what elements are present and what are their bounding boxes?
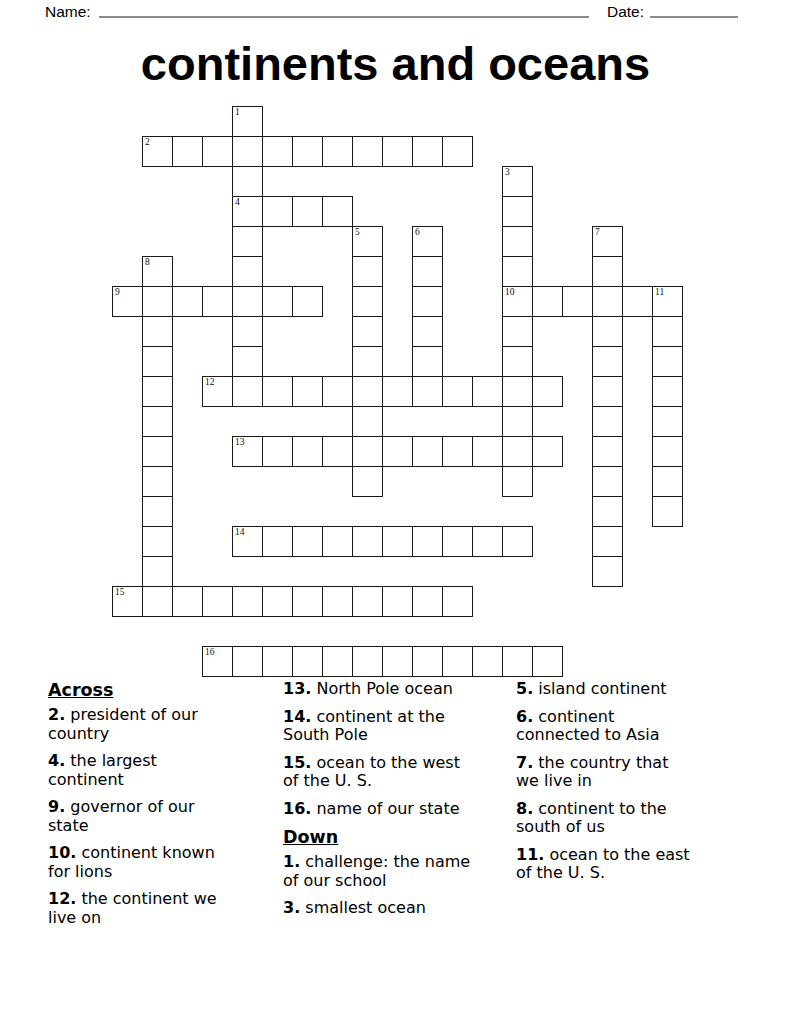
clue-item-down-11: 11. ocean to the east of the U. S. <box>516 846 731 883</box>
crossword-cell[interactable] <box>232 226 263 257</box>
crossword-cell[interactable] <box>472 646 503 677</box>
crossword-cell[interactable] <box>652 316 683 347</box>
crossword-cell[interactable]: 9 <box>112 286 143 317</box>
crossword-cell[interactable] <box>352 406 383 437</box>
crossword-cell[interactable]: 5 <box>352 226 383 257</box>
crossword-cell[interactable] <box>352 526 383 557</box>
crossword-cell[interactable]: 16 <box>202 646 233 677</box>
clue-item-number: 13. <box>283 679 311 698</box>
crossword-cell[interactable] <box>412 136 443 167</box>
crossword-cell[interactable] <box>142 526 173 557</box>
crossword-cell[interactable] <box>142 316 173 347</box>
crossword-cell[interactable] <box>322 526 353 557</box>
crossword-cell[interactable] <box>232 286 263 317</box>
crossword-cell[interactable] <box>352 466 383 497</box>
crossword-cell[interactable] <box>412 316 443 347</box>
crossword-cell[interactable] <box>202 136 233 167</box>
crossword-cell[interactable] <box>292 376 323 407</box>
crossword-cell[interactable] <box>472 436 503 467</box>
clue-item-number: 10. <box>48 843 76 862</box>
crossword-cell[interactable]: 14 <box>232 526 263 557</box>
crossword-cell[interactable] <box>262 586 293 617</box>
crossword-cell[interactable] <box>322 136 353 167</box>
crossword-cell[interactable] <box>202 286 233 317</box>
clue-item-across-10: 10. continent known for lions <box>48 844 258 881</box>
clue-number: 4 <box>235 197 240 207</box>
crossword-cell[interactable] <box>142 466 173 497</box>
crossword-cell[interactable] <box>352 586 383 617</box>
crossword-cell[interactable] <box>292 526 323 557</box>
crossword-cell[interactable] <box>592 556 623 587</box>
crossword-cell[interactable] <box>592 406 623 437</box>
clue-number: 9 <box>115 287 120 297</box>
crossword-cell[interactable] <box>622 286 653 317</box>
clue-item-number: 6. <box>516 707 533 726</box>
clue-item-across-15: 15. ocean to the west of the U. S. <box>283 754 511 791</box>
crossword-cell[interactable] <box>262 436 293 467</box>
clue-item-number: 12. <box>48 889 76 908</box>
clue-item-down-1: 1. challenge: the name of our school <box>283 853 511 890</box>
crossword-cell[interactable] <box>352 436 383 467</box>
crossword-cell[interactable] <box>382 436 413 467</box>
crossword-cell[interactable] <box>412 586 443 617</box>
crossword-cell[interactable] <box>262 196 293 227</box>
crossword-cell[interactable] <box>232 256 263 287</box>
crossword-cell[interactable] <box>352 376 383 407</box>
crossword-cell[interactable] <box>412 346 443 377</box>
clue-number: 14 <box>235 527 245 537</box>
clue-item-number: 4. <box>48 751 65 770</box>
crossword-cell[interactable] <box>502 376 533 407</box>
clue-item-across-13: 13. North Pole ocean <box>283 680 511 699</box>
crossword-cell[interactable] <box>592 346 623 377</box>
clue-item-number: 16. <box>283 799 311 818</box>
crossword-cell[interactable] <box>322 196 353 227</box>
crossword-cell[interactable] <box>382 136 413 167</box>
crossword-cell[interactable] <box>142 346 173 377</box>
crossword-cell[interactable] <box>322 436 353 467</box>
crossword-cell[interactable] <box>322 586 353 617</box>
crossword-cell[interactable] <box>172 136 203 167</box>
clue-item-number: 3. <box>283 898 300 917</box>
crossword-cell[interactable] <box>592 466 623 497</box>
clue-number: 12 <box>205 377 215 387</box>
clue-item-number: 14. <box>283 707 311 726</box>
clue-item-across-4: 4. the largest continent <box>48 752 258 789</box>
clue-item-down-3: 3. smallest ocean <box>283 899 511 918</box>
crossword-cell[interactable] <box>352 346 383 377</box>
crossword-cell[interactable] <box>652 436 683 467</box>
crossword-cell[interactable] <box>142 436 173 467</box>
crossword-cell[interactable] <box>292 136 323 167</box>
crossword-cell[interactable]: 1 <box>232 106 263 137</box>
crossword-cell[interactable] <box>142 496 173 527</box>
crossword-cell[interactable] <box>292 286 323 317</box>
crossword-cell[interactable] <box>502 646 533 677</box>
clue-item-across-2: 2. president of our country <box>48 706 258 743</box>
crossword-cell[interactable] <box>262 376 293 407</box>
crossword-cell[interactable] <box>382 376 413 407</box>
crossword-cell[interactable]: 6 <box>412 226 443 257</box>
crossword-cell[interactable] <box>502 226 533 257</box>
crossword-cell[interactable] <box>412 526 443 557</box>
clue-item-down-7: 7. the country that we live in <box>516 754 731 791</box>
crossword-cell[interactable] <box>352 286 383 317</box>
clue-number: 16 <box>205 647 215 657</box>
crossword-cell[interactable] <box>562 286 593 317</box>
clue-item-number: 9. <box>48 797 65 816</box>
crossword-cell[interactable] <box>382 586 413 617</box>
crossword-cell[interactable] <box>352 646 383 677</box>
crossword-cell[interactable]: 13 <box>232 436 263 467</box>
crossword-cell[interactable]: 10 <box>502 286 533 317</box>
crossword-cell[interactable] <box>592 316 623 347</box>
crossword-cell[interactable] <box>232 376 263 407</box>
crossword-cell[interactable] <box>322 376 353 407</box>
clue-number: 8 <box>145 257 150 267</box>
crossword-cell[interactable] <box>382 646 413 677</box>
clue-item-number: 7. <box>516 753 533 772</box>
crossword-cell[interactable] <box>502 526 533 557</box>
clue-item-number: 15. <box>283 753 311 772</box>
crossword-cell[interactable] <box>532 646 563 677</box>
down-heading: Down <box>283 827 511 847</box>
crossword-cell[interactable] <box>652 346 683 377</box>
crossword-cell[interactable] <box>592 376 623 407</box>
crossword-cell[interactable] <box>652 496 683 527</box>
crossword-cell[interactable] <box>232 646 263 677</box>
crossword-cell[interactable] <box>652 466 683 497</box>
crossword-cell[interactable] <box>592 256 623 287</box>
crossword-cell[interactable]: 8 <box>142 256 173 287</box>
crossword-cell[interactable] <box>292 646 323 677</box>
crossword-cell[interactable] <box>412 646 443 677</box>
clue-number: 5 <box>355 227 360 237</box>
crossword-cell[interactable]: 15 <box>112 586 143 617</box>
crossword-cell[interactable] <box>532 286 563 317</box>
clue-item-number: 11. <box>516 845 544 864</box>
across-heading: Across <box>48 680 258 700</box>
crossword-cell[interactable] <box>142 556 173 587</box>
crossword-cell[interactable] <box>232 166 263 197</box>
crossword-cell[interactable] <box>142 406 173 437</box>
clue-number: 10 <box>505 287 515 297</box>
crossword-cell[interactable] <box>262 526 293 557</box>
crossword-cell[interactable]: 4 <box>232 196 263 227</box>
crossword-cell[interactable] <box>592 436 623 467</box>
clue-number: 3 <box>505 167 510 177</box>
crossword-cell[interactable] <box>232 136 263 167</box>
clue-number: 1 <box>235 107 240 117</box>
crossword-cell[interactable] <box>502 406 533 437</box>
crossword-cell[interactable]: 12 <box>202 376 233 407</box>
crossword-cell[interactable] <box>472 376 503 407</box>
clue-item-across-14: 14. continent at the South Pole <box>283 708 511 745</box>
crossword-cell[interactable] <box>592 496 623 527</box>
clue-number: 11 <box>655 287 664 297</box>
crossword-cell[interactable] <box>232 316 263 347</box>
crossword-cell[interactable] <box>142 586 173 617</box>
crossword-cell[interactable] <box>292 586 323 617</box>
crossword-cell[interactable] <box>442 436 473 467</box>
clues-column-3: 5. island continent6. continent connecte… <box>516 680 731 892</box>
crossword-cell[interactable]: 3 <box>502 166 533 197</box>
crossword-cell[interactable] <box>202 586 233 617</box>
clue-number: 2 <box>145 137 150 147</box>
date-blank-line <box>650 16 738 18</box>
clue-item-down-6: 6. continent connected to Asia <box>516 708 731 745</box>
crossword-cell[interactable] <box>262 286 293 317</box>
crossword-cell[interactable] <box>532 436 563 467</box>
crossword-cell[interactable] <box>142 376 173 407</box>
page-title: continents and oceans <box>0 36 791 91</box>
crossword-cell[interactable] <box>232 586 263 617</box>
crossword-cell[interactable] <box>592 526 623 557</box>
crossword-cell[interactable] <box>502 316 533 347</box>
crossword-cell[interactable] <box>532 376 563 407</box>
clue-item-down-5: 5. island continent <box>516 680 731 699</box>
crossword-cell[interactable] <box>172 586 203 617</box>
crossword-cell[interactable] <box>502 436 533 467</box>
crossword-cell[interactable] <box>292 196 323 227</box>
crossword-cell[interactable] <box>442 376 473 407</box>
clue-item-across-12: 12. the continent we live on <box>48 890 258 927</box>
crossword-cell[interactable] <box>442 526 473 557</box>
clue-item-across-9: 9. governor of our state <box>48 798 258 835</box>
clue-number: 15 <box>115 587 125 597</box>
clues-column-2: 13. North Pole ocean14. continent at the… <box>283 680 511 927</box>
crossword-cell[interactable] <box>412 436 443 467</box>
crossword-cell[interactable] <box>172 286 203 317</box>
crossword-cell[interactable] <box>472 526 503 557</box>
clue-number: 7 <box>595 227 600 237</box>
crossword-cell[interactable] <box>232 346 263 377</box>
crossword-cell[interactable] <box>142 286 173 317</box>
crossword-cell[interactable] <box>442 136 473 167</box>
crossword-cell[interactable] <box>412 286 443 317</box>
crossword-cell[interactable]: 11 <box>652 286 683 317</box>
clue-item-number: 5. <box>516 679 533 698</box>
date-label: Date: <box>607 3 644 21</box>
crossword-cell[interactable] <box>412 376 443 407</box>
crossword-cell[interactable] <box>262 646 293 677</box>
clue-number: 13 <box>235 437 245 447</box>
crossword-cell[interactable] <box>502 346 533 377</box>
crossword-cell[interactable] <box>262 136 293 167</box>
crossword-cell[interactable] <box>292 436 323 467</box>
crossword-cell[interactable] <box>352 136 383 167</box>
crossword-grid: 12345678910111213141516 <box>112 106 684 678</box>
crossword-cell[interactable] <box>382 526 413 557</box>
crossword-cell[interactable] <box>502 466 533 497</box>
crossword-cell[interactable] <box>502 256 533 287</box>
clue-item-down-8: 8. continent to the south of us <box>516 800 731 837</box>
clue-item-number: 1. <box>283 852 300 871</box>
name-label: Name: <box>45 3 91 21</box>
clue-item-number: 8. <box>516 799 533 818</box>
crossword-cell[interactable] <box>652 376 683 407</box>
clues-column-1: Across2. president of our country4. the … <box>48 680 258 936</box>
crossword-cell[interactable] <box>322 646 353 677</box>
crossword-cell[interactable]: 2 <box>142 136 173 167</box>
crossword-cell[interactable] <box>442 586 473 617</box>
name-blank-line <box>99 16 589 18</box>
clue-item-across-16: 16. name of our state <box>283 800 511 819</box>
crossword-cell[interactable] <box>352 316 383 347</box>
crossword-cell[interactable] <box>502 196 533 227</box>
crossword-cell[interactable]: 7 <box>592 226 623 257</box>
clue-item-number: 2. <box>48 705 65 724</box>
crossword-cell[interactable] <box>352 256 383 287</box>
crossword-cell[interactable] <box>592 286 623 317</box>
crossword-cell[interactable] <box>412 256 443 287</box>
clue-number: 6 <box>415 227 420 237</box>
crossword-cell[interactable] <box>442 646 473 677</box>
crossword-cell[interactable] <box>652 406 683 437</box>
